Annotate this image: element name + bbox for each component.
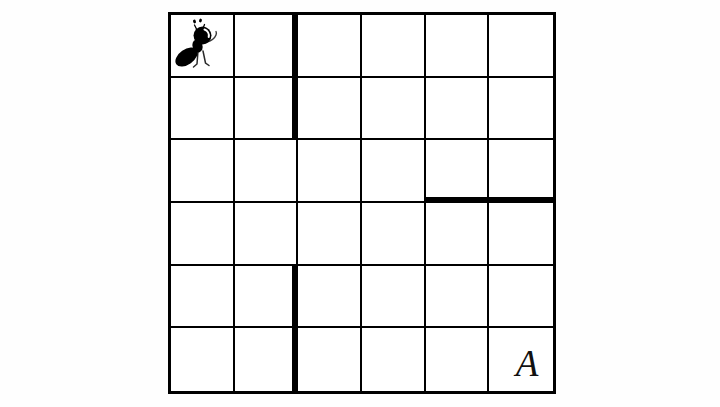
maze-cell-r4c4 [362, 203, 426, 266]
maze-cell-r3c2 [235, 140, 299, 203]
maze-cell-r5c5 [426, 266, 490, 329]
maze-cell-r3c5 [426, 140, 490, 203]
maze-cell-r4c6 [489, 203, 553, 266]
maze-cell-r4c5 [426, 203, 490, 266]
maze-cell-r4c1 [171, 203, 235, 266]
ant-icon [174, 16, 224, 72]
maze-cell-r1c1 [171, 15, 235, 78]
maze-cell-r3c1 [171, 140, 235, 203]
maze-cell-r2c5 [426, 78, 490, 141]
maze-cell-r2c3 [298, 78, 362, 141]
maze-cell-r4c2 [235, 203, 299, 266]
maze-cell-r2c1 [171, 78, 235, 141]
maze-cell-r1c6 [489, 15, 553, 78]
maze-cell-r3c4 [362, 140, 426, 203]
maze-cell-r6c3 [298, 328, 362, 391]
goal-label: A [516, 345, 539, 382]
maze-cell-r3c6 [489, 140, 553, 203]
maze-cell-r5c1 [171, 266, 235, 329]
maze-cell-r5c3 [298, 266, 362, 329]
maze-board: A [168, 12, 556, 394]
maze-cell-r6c4 [362, 328, 426, 391]
maze-cell-r5c4 [362, 266, 426, 329]
maze-cell-r6c2 [235, 328, 299, 391]
maze-cell-r1c4 [362, 15, 426, 78]
maze-cell-r6c6: A [489, 328, 553, 391]
maze-cell-r1c2 [235, 15, 299, 78]
maze-stage: A [0, 0, 720, 407]
maze-cell-r2c4 [362, 78, 426, 141]
maze-cell-r2c2 [235, 78, 299, 141]
maze-cell-r2c6 [489, 78, 553, 141]
maze-cell-r4c3 [298, 203, 362, 266]
maze-cell-r3c3 [298, 140, 362, 203]
maze-cell-r1c5 [426, 15, 490, 78]
maze-cell-r1c3 [298, 15, 362, 78]
maze-cell-r6c1 [171, 328, 235, 391]
maze-cell-r5c6 [489, 266, 553, 329]
maze-cell-r6c5 [426, 328, 490, 391]
maze-cell-r5c2 [235, 266, 299, 329]
